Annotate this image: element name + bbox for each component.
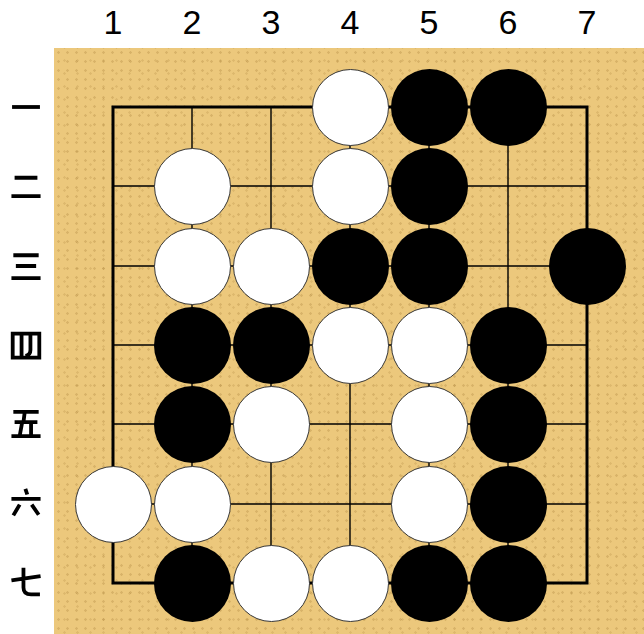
white-stone	[391, 386, 468, 463]
black-stone	[154, 545, 231, 622]
black-stone	[470, 386, 547, 463]
row-label-shi	[7, 326, 45, 364]
white-stone	[233, 228, 310, 305]
black-stone	[470, 307, 547, 384]
kanji-three-glyph	[7, 247, 45, 285]
kanji-one-glyph	[7, 88, 45, 126]
row-label-ni	[7, 167, 45, 205]
kanji-two-glyph	[7, 167, 45, 205]
column-label: 3	[249, 0, 293, 44]
go-diagram: 1 2 3 4 5 6 7	[0, 0, 644, 634]
white-stone	[391, 466, 468, 543]
row-label-go	[7, 405, 45, 443]
black-stone	[470, 545, 547, 622]
column-label: 1	[91, 0, 135, 44]
kanji-four-glyph	[7, 326, 45, 364]
black-stone	[391, 69, 468, 146]
white-stone	[154, 466, 231, 543]
column-label: 7	[565, 0, 609, 44]
kanji-seven-glyph	[7, 564, 45, 602]
kanji-six-glyph	[7, 485, 45, 523]
white-stone	[391, 307, 468, 384]
white-stone	[312, 307, 389, 384]
white-stone	[233, 545, 310, 622]
black-stone	[154, 307, 231, 384]
white-stone	[75, 466, 152, 543]
black-stone	[549, 228, 626, 305]
row-label-ichi	[7, 88, 45, 126]
white-stone	[233, 386, 310, 463]
column-label: 6	[486, 0, 530, 44]
black-stone	[154, 386, 231, 463]
white-stone	[312, 148, 389, 225]
white-stone	[312, 69, 389, 146]
black-stone	[391, 545, 468, 622]
row-label-shichi	[7, 564, 45, 602]
white-stone	[312, 545, 389, 622]
black-stone	[470, 466, 547, 543]
black-stone	[391, 148, 468, 225]
white-stone	[154, 228, 231, 305]
column-label: 5	[407, 0, 451, 44]
column-label: 2	[170, 0, 214, 44]
black-stone	[391, 228, 468, 305]
row-label-roku	[7, 485, 45, 523]
black-stone	[312, 228, 389, 305]
black-stone	[470, 69, 547, 146]
black-stone	[233, 307, 310, 384]
kanji-five-glyph	[7, 405, 45, 443]
column-label: 4	[328, 0, 372, 44]
row-label-san	[7, 247, 45, 285]
white-stone	[154, 148, 231, 225]
go-board[interactable]	[54, 48, 644, 634]
